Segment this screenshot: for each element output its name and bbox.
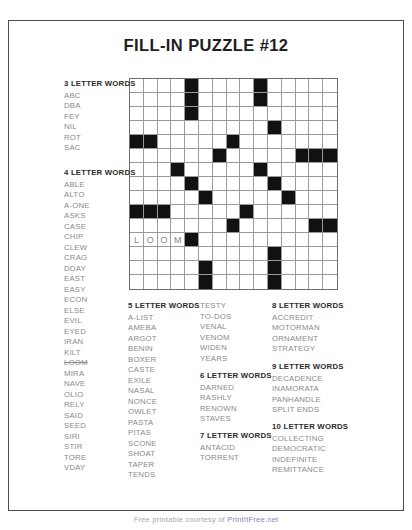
word-section-5-letter-continued: TESTYTO-DOSVENALVENOMWIDENYEARS: [200, 301, 231, 364]
grid-black-cell-r5c2: [144, 135, 158, 149]
grid-cell-r10c15[interactable]: [323, 205, 337, 219]
grid-cell-r3c9[interactable]: [240, 107, 254, 121]
grid-cell-r13c2[interactable]: [144, 247, 158, 261]
grid-cell-r10c14[interactable]: [309, 205, 323, 219]
grid-cell-r5c10[interactable]: [254, 135, 268, 149]
word-item: ABC: [64, 91, 136, 102]
grid-cell-r11c10[interactable]: [254, 219, 268, 233]
grid-cell-r9c14[interactable]: [309, 191, 323, 205]
grid-cell-r13c5[interactable]: [185, 247, 199, 261]
grid-black-cell-r9c12: [282, 191, 296, 205]
grid-cell-r11c9[interactable]: [240, 219, 254, 233]
grid-cell-r7c14[interactable]: [309, 163, 323, 177]
word-item: FEY: [64, 112, 136, 123]
grid-cell-r5c15[interactable]: [323, 135, 337, 149]
word-item: IRAN: [64, 337, 136, 348]
word-item: DECADENCE: [272, 374, 344, 385]
grid-black-cell-r9c6: [199, 191, 213, 205]
word-item: RASHLY: [200, 393, 272, 404]
grid-cell-r3c15[interactable]: [323, 107, 337, 121]
grid-cell-r2c6[interactable]: [199, 93, 213, 107]
grid-cell-r9c4[interactable]: [171, 191, 185, 205]
grid-cell-r8c10[interactable]: [254, 177, 268, 191]
word-item: ORNAMENT: [272, 334, 344, 345]
grid-cell-r5c9[interactable]: [240, 135, 254, 149]
grid-cell-r3c2[interactable]: [144, 107, 158, 121]
grid-black-cell-r14c6: [199, 261, 213, 275]
word-item: NASAL: [128, 386, 200, 397]
grid-cell-r11c6[interactable]: [199, 219, 213, 233]
grid-cell-r14c13[interactable]: [296, 261, 310, 275]
grid-cell-r5c12[interactable]: [282, 135, 296, 149]
word-item: MIRA: [64, 369, 136, 380]
word-section-10-letter: 10 LETTER WORDS COLLECTINGDEMOCRATICINDE…: [272, 422, 348, 476]
grid-cell-r4c2[interactable]: [144, 121, 158, 135]
word-item: NONCE: [128, 397, 200, 408]
word-item: AMEBA: [128, 323, 200, 334]
grid-cell-r15c3[interactable]: [158, 275, 172, 289]
word-item: PITAS: [128, 428, 200, 439]
word-item: ARGOT: [128, 334, 200, 345]
grid-cell-r5c4[interactable]: [171, 135, 185, 149]
grid-cell-r13c6[interactable]: [199, 247, 213, 261]
word-section-7-letter: 7 LETTER WORDS ANTACIDTORRENT: [200, 431, 272, 464]
grid-cell-r14c9[interactable]: [240, 261, 254, 275]
grid-cell-r4c10[interactable]: [254, 121, 268, 135]
word-item: SAID: [64, 411, 136, 422]
word-item: TO-DOS: [200, 312, 231, 323]
grid-black-cell-r6c7: [213, 149, 227, 163]
grid-cell-r6c2[interactable]: [144, 149, 158, 163]
grid-cell-r12c9[interactable]: [240, 233, 254, 247]
grid-cell-r6c4[interactable]: [171, 149, 185, 163]
word-item: ABLE: [64, 180, 136, 191]
word-section-header: 4 LETTER WORDS: [64, 168, 136, 179]
grid-cell-r6c3[interactable]: [158, 149, 172, 163]
grid-cell-r14c14[interactable]: [309, 261, 323, 275]
grid-cell-r10c10[interactable]: [254, 205, 268, 219]
grid-cell-r15c5[interactable]: [185, 275, 199, 289]
word-item: EASY: [64, 285, 136, 296]
grid-cell-r1c9[interactable]: [240, 79, 254, 93]
footer-credit-text: Free printable courtesy of: [134, 515, 228, 524]
grid-black-cell-r11c14: [309, 219, 323, 233]
grid-cell-r11c12[interactable]: [282, 219, 296, 233]
printable-puzzle-page: FILL-IN PUZZLE #12 LOOM 3 LETTER WORDS A…: [0, 0, 412, 530]
grid-cell-r10c8[interactable]: [227, 205, 241, 219]
grid-cell-r13c15[interactable]: [323, 247, 337, 261]
grid-cell-r11c5[interactable]: [185, 219, 199, 233]
grid-cell-r14c10[interactable]: [254, 261, 268, 275]
grid-cell-r12c15[interactable]: [323, 233, 337, 247]
word-item: MOTORMAN: [272, 323, 344, 334]
grid-cell-r3c12[interactable]: [282, 107, 296, 121]
word-item: EXILE: [128, 376, 200, 387]
word-item: YEARS: [200, 354, 231, 365]
grid-black-cell-r12c5: [185, 233, 199, 247]
grid-cell-r12c12[interactable]: [282, 233, 296, 247]
grid-cell-r1c11[interactable]: [268, 79, 282, 93]
word-item: KILT: [64, 348, 136, 359]
grid-cell-r3c10[interactable]: [254, 107, 268, 121]
word-section-6-letter: 6 LETTER WORDS DARNEDRASHLYRENOWNSTAVES: [200, 371, 272, 425]
grid-cell-r13c13[interactable]: [296, 247, 310, 261]
word-item: DARNED: [200, 383, 272, 394]
grid-black-cell-r7c4: [171, 163, 185, 177]
grid-cell-r13c10[interactable]: [254, 247, 268, 261]
word-item: DEMOCRATIC: [272, 444, 348, 455]
grid-cell-r2c9[interactable]: [240, 93, 254, 107]
word-item: SAC: [64, 143, 136, 154]
grid-black-cell-r6c14: [309, 149, 323, 163]
grid-cell-r6c10[interactable]: [254, 149, 268, 163]
grid-cell-r13c4[interactable]: [171, 247, 185, 261]
grid-cell-r7c8[interactable]: [227, 163, 241, 177]
grid-cell-r2c3[interactable]: [158, 93, 172, 107]
grid-cell-r10c5[interactable]: [185, 205, 199, 219]
word-item: PANHANDLE: [272, 395, 344, 406]
grid-cell-r12c6[interactable]: [199, 233, 213, 247]
word-item: TORRENT: [200, 453, 272, 464]
grid-cell-r12c2[interactable]: O: [144, 233, 158, 247]
grid-cell-r9c3[interactable]: [158, 191, 172, 205]
grid-black-cell-r4c11: [268, 121, 282, 135]
grid-cell-r6c9[interactable]: [240, 149, 254, 163]
grid-cell-r2c7[interactable]: [213, 93, 227, 107]
grid-black-cell-r15c11: [268, 275, 282, 289]
grid-cell-r6c12[interactable]: [282, 149, 296, 163]
grid-cell-r8c2[interactable]: [144, 177, 158, 191]
grid-cell-r12c4[interactable]: M: [171, 233, 185, 247]
grid-cell-r4c12[interactable]: [282, 121, 296, 135]
word-section-header: 5 LETTER WORDS: [128, 301, 200, 312]
grid-cell-r1c12[interactable]: [282, 79, 296, 93]
grid-cell-r9c10[interactable]: [254, 191, 268, 205]
grid-cell-r1c7[interactable]: [213, 79, 227, 93]
grid-cell-r7c13[interactable]: [296, 163, 310, 177]
grid-black-cell-r6c13: [296, 149, 310, 163]
grid-cell-r1c8[interactable]: [227, 79, 241, 93]
grid-cell-r13c3[interactable]: [158, 247, 172, 261]
grid-cell-r3c14[interactable]: [309, 107, 323, 121]
word-item: ECON: [64, 295, 136, 306]
grid-cell-r6c8[interactable]: [227, 149, 241, 163]
grid-cell-r1c4[interactable]: [171, 79, 185, 93]
grid-black-cell-r7c10: [254, 163, 268, 177]
word-item: CASTE: [128, 365, 200, 376]
grid-black-cell-r10c9: [240, 205, 254, 219]
grid-cell-r6c11[interactable]: [268, 149, 282, 163]
grid-cell-r8c6[interactable]: [199, 177, 213, 191]
grid-cell-r14c15[interactable]: [323, 261, 337, 275]
grid-cell-r1c13[interactable]: [296, 79, 310, 93]
grid-cell-r10c4[interactable]: [171, 205, 185, 219]
grid-cell-r7c15[interactable]: [323, 163, 337, 177]
grid-cell-r7c5[interactable]: [185, 163, 199, 177]
word-item: INAMORATA: [272, 384, 344, 395]
grid-cell-r11c11[interactable]: [268, 219, 282, 233]
grid-cell-r4c7[interactable]: [213, 121, 227, 135]
grid-cell-r7c2[interactable]: [144, 163, 158, 177]
grid-cell-r15c7[interactable]: [213, 275, 227, 289]
word-item: SPLIT ENDS: [272, 405, 344, 416]
word-item: ANTACID: [200, 443, 272, 454]
grid-cell-r4c9[interactable]: [240, 121, 254, 135]
word-item: EYED: [64, 327, 136, 338]
grid-cell-r5c11[interactable]: [268, 135, 282, 149]
grid-cell-r14c8[interactable]: [227, 261, 241, 275]
grid-cell-r9c15[interactable]: [323, 191, 337, 205]
word-item: EVIL: [64, 316, 136, 327]
grid-cell-r13c8[interactable]: [227, 247, 241, 261]
word-item: TAPER: [128, 460, 200, 471]
grid-cell-r14c7[interactable]: [213, 261, 227, 275]
grid-cell-r11c3[interactable]: [158, 219, 172, 233]
grid-cell-r3c6[interactable]: [199, 107, 213, 121]
grid-cell-r4c15[interactable]: [323, 121, 337, 135]
word-item: NAVE: [64, 379, 136, 390]
grid-black-cell-r1c10: [254, 79, 268, 93]
grid-cell-r15c4[interactable]: [171, 275, 185, 289]
grid-cell-r6c5[interactable]: [185, 149, 199, 163]
grid-cell-r2c2[interactable]: [144, 93, 158, 107]
word-item: SHOAT: [128, 449, 200, 460]
word-item: TENDS: [128, 470, 200, 481]
grid-cell-r15c9[interactable]: [240, 275, 254, 289]
grid-cell-r2c8[interactable]: [227, 93, 241, 107]
word-section-4-letter: 4 LETTER WORDS ABLEALTOA-ONEASKSCASECHIP…: [64, 168, 136, 474]
grid-black-cell-r10c3: [158, 205, 172, 219]
grid-cell-r15c8[interactable]: [227, 275, 241, 289]
grid-black-cell-r1c5: [185, 79, 199, 93]
grid-cell-r4c6[interactable]: [199, 121, 213, 135]
word-item: DDAY: [64, 264, 136, 275]
grid-black-cell-r11c8: [227, 219, 241, 233]
grid-black-cell-r8c5: [185, 177, 199, 191]
word-item: CRAG: [64, 253, 136, 264]
grid-cell-r5c7[interactable]: [213, 135, 227, 149]
grid-black-cell-r10c2: [144, 205, 158, 219]
word-section-header: 6 LETTER WORDS: [200, 371, 272, 382]
grid-cell-r13c7[interactable]: [213, 247, 227, 261]
grid-cell-r15c13[interactable]: [296, 275, 310, 289]
grid-cell-r9c8[interactable]: [227, 191, 241, 205]
grid-cell-r8c14[interactable]: [309, 177, 323, 191]
grid-cell-r5c13[interactable]: [296, 135, 310, 149]
grid-cell-r15c14[interactable]: [309, 275, 323, 289]
grid-cell-r10c13[interactable]: [296, 205, 310, 219]
word-item: BOXER: [128, 355, 200, 366]
word-item: STRATEGY: [272, 344, 344, 355]
word-item: EAST: [64, 274, 136, 285]
word-item: RELY: [64, 400, 136, 411]
word-item: A-LIST: [128, 313, 200, 324]
grid-cell-r12c11[interactable]: [268, 233, 282, 247]
word-item: STAVES: [200, 414, 272, 425]
grid-cell-r1c6[interactable]: [199, 79, 213, 93]
grid-black-cell-r2c5: [185, 93, 199, 107]
word-item: VENOM: [200, 333, 231, 344]
grid-cell-r11c4[interactable]: [171, 219, 185, 233]
grid-cell-r2c11[interactable]: [268, 93, 282, 107]
word-item: TORE: [64, 453, 136, 464]
grid-black-cell-r8c11: [268, 177, 282, 191]
grid-cell-r4c5[interactable]: [185, 121, 199, 135]
grid-cell-r5c14[interactable]: [309, 135, 323, 149]
word-item: BENIN: [128, 344, 200, 355]
grid-cell-r4c4[interactable]: [171, 121, 185, 135]
word-item: CHIP: [64, 232, 136, 243]
word-item: A-ONE: [64, 201, 136, 212]
grid-black-cell-r14c11: [268, 261, 282, 275]
footer-credit: Free printable courtesy of PrintItFree.n…: [0, 515, 412, 524]
grid-cell-r13c12[interactable]: [282, 247, 296, 261]
grid-cell-r15c10[interactable]: [254, 275, 268, 289]
word-item: WIDEN: [200, 343, 231, 354]
word-item: ALTO: [64, 190, 136, 201]
grid-black-cell-r6c15: [323, 149, 337, 163]
grid-cell-r9c5[interactable]: [185, 191, 199, 205]
grid-black-cell-r13c11: [268, 247, 282, 261]
grid-cell-r7c12[interactable]: [282, 163, 296, 177]
grid-cell-r14c5[interactable]: [185, 261, 199, 275]
footer-site-link[interactable]: PrintItFree.net: [227, 515, 278, 524]
word-section-9-letter: 9 LETTER WORDS DECADENCEINAMORATAPANHAND…: [272, 362, 344, 416]
grid-cell-r14c2[interactable]: [144, 261, 158, 275]
grid-cell-r10c11[interactable]: [268, 205, 282, 219]
grid-cell-r4c8[interactable]: [227, 121, 241, 135]
grid-cell-r1c2[interactable]: [144, 79, 158, 93]
grid-cell-r8c8[interactable]: [227, 177, 241, 191]
grid-cell-r8c12[interactable]: [282, 177, 296, 191]
grid-cell-r2c12[interactable]: [282, 93, 296, 107]
grid-cell-r14c4[interactable]: [171, 261, 185, 275]
word-item: COLLECTING: [272, 434, 348, 445]
word-section-header: 10 LETTER WORDS: [272, 422, 348, 433]
grid-cell-r10c6[interactable]: [199, 205, 213, 219]
grid-cell-r7c6[interactable]: [199, 163, 213, 177]
grid-cell-r2c13[interactable]: [296, 93, 310, 107]
grid-cell-r3c4[interactable]: [171, 107, 185, 121]
grid-cell-r9c13[interactable]: [296, 191, 310, 205]
word-item: ASKS: [64, 211, 136, 222]
word-section-header: 7 LETTER WORDS: [200, 431, 272, 442]
word-item: OLIO: [64, 390, 136, 401]
grid-cell-r9c2[interactable]: [144, 191, 158, 205]
fill-in-grid: LOOM: [129, 78, 338, 290]
word-section-3-letter: 3 LETTER WORDS ABCDBAFEYNILROTSAC: [64, 79, 136, 154]
word-item: CASE: [64, 222, 136, 233]
grid-cell-r12c10[interactable]: [254, 233, 268, 247]
page-title: FILL-IN PUZZLE #12: [0, 36, 412, 55]
grid-cell-r5c3[interactable]: [158, 135, 172, 149]
grid-cell-r10c12[interactable]: [282, 205, 296, 219]
word-item: SCONE: [128, 439, 200, 450]
grid-cell-r3c7[interactable]: [213, 107, 227, 121]
word-item: REMITTANCE: [272, 465, 348, 476]
grid-cell-r2c4[interactable]: [171, 93, 185, 107]
word-item: TESTY: [200, 301, 231, 312]
word-item: NIL: [64, 122, 136, 133]
grid-black-cell-r2c10: [254, 93, 268, 107]
grid-cell-r3c11[interactable]: [268, 107, 282, 121]
grid-cell-r7c7[interactable]: [213, 163, 227, 177]
grid-cell-r8c15[interactable]: [323, 177, 337, 191]
grid-cell-r8c13[interactable]: [296, 177, 310, 191]
grid-cell-r1c14[interactable]: [309, 79, 323, 93]
grid-cell-r12c7[interactable]: [213, 233, 227, 247]
grid-cell-r11c7[interactable]: [213, 219, 227, 233]
word-item: ELSE: [64, 306, 136, 317]
grid-cell-r3c3[interactable]: [158, 107, 172, 121]
grid-cell-r13c14[interactable]: [309, 247, 323, 261]
grid-cell-r7c3[interactable]: [158, 163, 172, 177]
grid-cell-r12c3[interactable]: O: [158, 233, 172, 247]
grid-cell-r15c2[interactable]: [144, 275, 158, 289]
grid-cell-r8c7[interactable]: [213, 177, 227, 191]
grid-cell-r8c9[interactable]: [240, 177, 254, 191]
word-item: SEED: [64, 421, 136, 432]
word-item: INDEFINITE: [272, 455, 348, 466]
word-section-8-letter: 8 LETTER WORDS ACCREDITMOTORMANORNAMENTS…: [272, 301, 344, 355]
grid-cell-r9c7[interactable]: [213, 191, 227, 205]
grid-cell-r15c15[interactable]: [323, 275, 337, 289]
grid-cell-r9c11[interactable]: [268, 191, 282, 205]
word-item: VENAL: [200, 322, 231, 333]
word-item: ROT: [64, 133, 136, 144]
grid-cell-r13c9[interactable]: [240, 247, 254, 261]
word-item: DBA: [64, 101, 136, 112]
grid-cell-r1c3[interactable]: [158, 79, 172, 93]
grid-cell-r2c15[interactable]: [323, 93, 337, 107]
grid-cell-r5c6[interactable]: [199, 135, 213, 149]
grid-black-cell-r5c8: [227, 135, 241, 149]
grid-cell-r14c12[interactable]: [282, 261, 296, 275]
grid-cell-r3c8[interactable]: [227, 107, 241, 121]
grid-cell-r7c9[interactable]: [240, 163, 254, 177]
word-item: VDAY: [64, 463, 136, 474]
grid-cell-r7c11[interactable]: [268, 163, 282, 177]
grid-cell-r10c7[interactable]: [213, 205, 227, 219]
grid-cell-r12c8[interactable]: [227, 233, 241, 247]
grid-cell-r1c15[interactable]: [323, 79, 337, 93]
grid-cell-r14c3[interactable]: [158, 261, 172, 275]
grid-cell-r11c2[interactable]: [144, 219, 158, 233]
grid-cell-r5c5[interactable]: [185, 135, 199, 149]
grid-cell-r2c14[interactable]: [309, 93, 323, 107]
grid-cell-r4c14[interactable]: [309, 121, 323, 135]
grid-cell-r6c6[interactable]: [199, 149, 213, 163]
word-item: PASTA: [128, 418, 200, 429]
word-item: RENOWN: [200, 404, 272, 415]
grid-cell-r8c4[interactable]: [171, 177, 185, 191]
word-item: STIR: [64, 442, 136, 453]
grid-black-cell-r11c15: [323, 219, 337, 233]
grid-cell-r4c3[interactable]: [158, 121, 172, 135]
grid-cell-r15c12[interactable]: [282, 275, 296, 289]
word-item: LOOM: [64, 358, 136, 369]
word-item: CLEW: [64, 243, 136, 254]
grid-cell-r9c9[interactable]: [240, 191, 254, 205]
grid-cell-r3c13[interactable]: [296, 107, 310, 121]
grid-cell-r12c14[interactable]: [309, 233, 323, 247]
grid-cell-r8c3[interactable]: [158, 177, 172, 191]
word-item: SIRI: [64, 432, 136, 443]
grid-cell-r4c13[interactable]: [296, 121, 310, 135]
grid-cell-r12c13[interactable]: [296, 233, 310, 247]
grid-cell-r11c13[interactable]: [296, 219, 310, 233]
word-item: OWLET: [128, 407, 200, 418]
